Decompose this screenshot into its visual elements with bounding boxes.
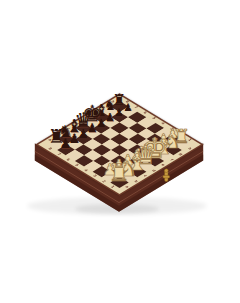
- product-photo: 8877665544332211hhggffeeddccbbaa ♜♞♟♝♟♚♟…: [0, 0, 240, 303]
